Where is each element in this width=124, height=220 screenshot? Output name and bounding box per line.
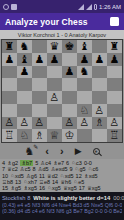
move-token[interactable]: ♘xg5: [47, 185, 61, 191]
engine-eval-summary: White is slightly better d=14: [33, 194, 110, 202]
move-token[interactable]: ♘xd5: [10, 173, 24, 179]
piece-k-e8: ♚: [65, 41, 75, 52]
square-h5[interactable]: [107, 78, 122, 91]
move-token[interactable]: 16: [39, 185, 45, 191]
piece-p-g7: ♟: [95, 54, 105, 65]
piece-n-b8: ♞: [20, 41, 30, 52]
piece-b-f8: ♝: [80, 41, 90, 52]
square-g5[interactable]: [92, 78, 107, 91]
square-g1[interactable]: [92, 129, 107, 142]
move-token[interactable]: ♙c4: [40, 160, 51, 166]
square-e2[interactable]: ♙: [62, 117, 77, 130]
square-d1[interactable]: ♕: [47, 129, 62, 142]
move-token[interactable]: ♖b8: [2, 179, 13, 185]
square-h7[interactable]: ♟: [107, 53, 122, 66]
square-c4[interactable]: [32, 91, 47, 104]
piece-b-b7: ♝: [20, 54, 30, 65]
move-token[interactable]: 13: [15, 179, 21, 185]
move-token[interactable]: ♕c2: [7, 166, 18, 172]
square-g4[interactable]: [92, 91, 107, 104]
square-h8[interactable]: ♜: [107, 40, 122, 53]
players-header: Viktor Korchnoi 1 - 0 Anatoly Karpov: [0, 30, 124, 39]
piece-B-c1: ♗: [35, 130, 45, 141]
toolbar: ♞✎‹›▶+: [0, 143, 124, 159]
move-token[interactable]: ♘g5: [75, 166, 86, 172]
engine-name: Stockfish 8: [2, 194, 30, 202]
square-a5[interactable]: [2, 78, 17, 91]
piece-n-f6: ♞: [80, 66, 90, 77]
move-token[interactable]: 8: [33, 166, 36, 172]
square-d5[interactable]: [47, 78, 62, 91]
piece-P-a2: ♙: [5, 117, 15, 128]
square-a6[interactable]: [2, 66, 17, 79]
move-token[interactable]: 14: [52, 179, 58, 185]
analyze-magnifier-icon[interactable]: +: [93, 148, 100, 155]
piece-p-e6: ♟: [65, 66, 75, 77]
square-b7[interactable]: ♝: [17, 53, 32, 66]
move-token[interactable]: ♙exd5: [51, 166, 68, 172]
square-b5[interactable]: [17, 78, 32, 91]
move-token[interactable]: ♘xh7: [23, 179, 37, 185]
square-h4[interactable]: [107, 91, 122, 104]
move-token[interactable]: ♙g6: [26, 173, 37, 179]
piece-B-g2: ♗: [95, 117, 105, 128]
move-token[interactable]: 9: [70, 166, 73, 172]
piece-P-c2: ♙: [35, 117, 45, 128]
status-bar: 1:26 AM: [0, 0, 124, 13]
engine-panel: Stockfish 8 White is slightly better d=1…: [0, 192, 124, 220]
square-e4[interactable]: [62, 91, 77, 104]
square-a8[interactable]: ♜: [2, 40, 17, 53]
move-token[interactable]: 7: [2, 166, 5, 172]
square-g2[interactable]: ♗: [92, 117, 107, 130]
square-e8[interactable]: ♚: [62, 40, 77, 53]
status-time: 1:26 AM: [99, 4, 121, 10]
square-c7[interactable]: ♟: [32, 53, 47, 66]
square-b1[interactable]: ♘: [17, 129, 32, 142]
piece-p-b6: ♟: [20, 66, 30, 77]
move-token[interactable]: 4: [2, 160, 5, 166]
square-a1[interactable]: ♖: [2, 129, 17, 142]
square-d7[interactable]: ♟: [47, 53, 62, 66]
square-d2[interactable]: [47, 117, 62, 130]
stop-analysis-icon[interactable]: [110, 17, 119, 26]
square-b6[interactable]: ♟: [17, 66, 32, 79]
piece-P-g3: ♙: [95, 105, 105, 116]
square-c3[interactable]: [32, 104, 47, 117]
piece-r-h8: ♜: [110, 41, 120, 52]
square-e1[interactable]: ♔: [62, 129, 77, 142]
move-token[interactable]: ♗g2: [7, 160, 18, 166]
move-token[interactable]: ♙c5: [20, 166, 31, 172]
prev-move-icon[interactable]: ‹: [45, 146, 49, 157]
piece-p-c7: ♟: [35, 54, 45, 65]
square-b4[interactable]: [17, 91, 32, 104]
square-c6[interactable]: [32, 66, 47, 79]
square-c5[interactable]: [32, 78, 47, 91]
piece-K-e1: ♔: [65, 130, 75, 141]
move-token[interactable]: ♕xg5: [87, 185, 101, 191]
piece-P-b2: ♙: [20, 117, 30, 128]
annotate-knight-icon[interactable]: ♞✎: [24, 146, 34, 157]
app-title: Analyze your Chess: [5, 17, 88, 27]
engine-pv-line[interactable]: (0.43) e4 e5 Nf3 Nf6 d4 Nxe4 Bd3 d5 Nxe5…: [2, 202, 122, 209]
app-bar: Analyze your Chess: [0, 13, 124, 30]
piece-Q-d1: ♕: [50, 130, 60, 141]
move-list: 4♗g2♗b75♙c4♗e76♘c30-07♕c2♙c58♙d5♙exd59♘g…: [0, 159, 124, 192]
move-token[interactable]: ♕h6: [60, 179, 71, 185]
piece-P-d4: ♙: [50, 92, 60, 103]
autoplay-icon[interactable]: ▶: [75, 147, 82, 156]
move-token[interactable]: 10: [2, 173, 8, 179]
players-header-text: Viktor Korchnoi 1 - 0 Anatoly Karpov: [18, 32, 106, 38]
move-token[interactable]: 17: [79, 185, 85, 191]
piece-P-f2: ♙: [80, 117, 90, 128]
move-token[interactable]: ♘e5: [73, 179, 84, 185]
move-line: 15♗g5♗xg516♘xg5♕xg517♕xg5: [2, 185, 122, 191]
square-h3[interactable]: [107, 104, 122, 117]
move-token[interactable]: ♙d5: [38, 166, 49, 172]
move-token[interactable]: 0-0: [84, 160, 92, 166]
piece-p-d7: ♟: [50, 54, 60, 65]
square-e5[interactable]: [62, 78, 77, 91]
square-d8[interactable]: ♛: [47, 40, 62, 53]
battery-icon: [94, 4, 97, 10]
chess-board: ♜♞♛♚♝♜♟♝♟♟♟♟♟♟♟♞♙♘♙♙♙♙♙♙♗♙♖♘♗♕♔♖: [1, 39, 123, 143]
square-e7[interactable]: [62, 53, 77, 66]
square-b8[interactable]: ♞: [17, 40, 32, 53]
notification-clock-icon: [3, 4, 9, 10]
move-token[interactable]: 15: [2, 185, 8, 191]
square-c8[interactable]: [32, 40, 47, 53]
square-e3[interactable]: [62, 104, 77, 117]
square-f1[interactable]: [77, 129, 92, 142]
square-a2[interactable]: ♙: [2, 117, 17, 130]
move-token[interactable]: 5: [35, 160, 38, 166]
move-token[interactable]: ♗xd5: [84, 173, 98, 179]
move-token[interactable]: ♕d2: [47, 173, 58, 179]
piece-r-a8: ♜: [5, 41, 15, 52]
square-h2[interactable]: ♙: [107, 117, 122, 130]
piece-R-h1: ♖: [110, 130, 120, 141]
piece-p-h7: ♟: [110, 54, 120, 65]
square-b3[interactable]: [17, 104, 32, 117]
pencil-icon: ✎: [33, 144, 38, 150]
move-token[interactable]: ♘xd5: [60, 173, 74, 179]
square-b2[interactable]: ♙: [17, 117, 32, 130]
square-h6[interactable]: [107, 66, 122, 79]
square-g3[interactable]: ♙: [92, 104, 107, 117]
square-f2[interactable]: ♙: [77, 117, 92, 130]
notification-app-icon: [11, 4, 17, 10]
piece-R-a1: ♖: [5, 130, 15, 141]
square-f5[interactable]: [77, 78, 92, 91]
square-c2[interactable]: ♙: [32, 117, 47, 130]
wifi-icon: [78, 4, 84, 10]
square-f7[interactable]: ♟: [77, 53, 92, 66]
engine-pv-line[interactable]: (0.36) d4 d5 c4 e6 Nf3 Nf6 g3 Be7 Bg2 0-…: [2, 208, 122, 215]
next-move-icon[interactable]: ›: [60, 146, 64, 157]
move-token[interactable]: ♘c3: [71, 160, 82, 166]
square-c1[interactable]: ♗: [32, 129, 47, 142]
square-d3[interactable]: [47, 104, 62, 117]
piece-P-h2: ♙: [110, 117, 120, 128]
move-token[interactable]: 11: [39, 173, 45, 179]
square-e6[interactable]: ♟: [62, 66, 77, 79]
move-token[interactable]: ♗b7: [20, 160, 33, 166]
cell-signal-icon: [86, 4, 92, 10]
piece-P-e2: ♙: [65, 117, 75, 128]
square-a4[interactable]: [2, 91, 17, 104]
piece-q-d8: ♛: [50, 41, 60, 52]
move-token[interactable]: ♗e7: [53, 160, 64, 166]
piece-N-f3: ♘: [80, 105, 90, 116]
move-token[interactable]: ♗xg5: [23, 185, 37, 191]
move-token[interactable]: ♕xg5: [63, 185, 77, 191]
piece-p-f7: ♟: [80, 54, 90, 65]
square-f8[interactable]: ♝: [77, 40, 92, 53]
square-f4[interactable]: [77, 91, 92, 104]
square-f3[interactable]: ♘: [77, 104, 92, 117]
square-g6[interactable]: [92, 66, 107, 79]
piece-p-a7: ♟: [5, 54, 15, 65]
board-wrap: ♜♞♛♚♝♜♟♝♟♟♟♟♟♟♟♞♙♘♙♙♙♙♙♙♗♙♖♘♗♕♔♖: [0, 39, 124, 143]
square-d6[interactable]: [47, 66, 62, 79]
move-token[interactable]: 12: [76, 173, 82, 179]
square-h1[interactable]: ♖: [107, 129, 122, 142]
square-g8[interactable]: [92, 40, 107, 53]
engine-time: 00:06: [113, 194, 124, 202]
square-a7[interactable]: ♟: [2, 53, 17, 66]
move-token[interactable]: 6: [66, 160, 69, 166]
move-token[interactable]: ♖e8: [39, 179, 50, 185]
piece-N-b1: ♘: [20, 130, 30, 141]
move-token[interactable]: ♘c6: [88, 166, 99, 172]
square-d4[interactable]: ♙: [47, 91, 62, 104]
move-token[interactable]: ♗g5: [10, 185, 21, 191]
square-a3[interactable]: [2, 104, 17, 117]
square-g7[interactable]: ♟: [92, 53, 107, 66]
square-f6[interactable]: ♞: [77, 66, 92, 79]
